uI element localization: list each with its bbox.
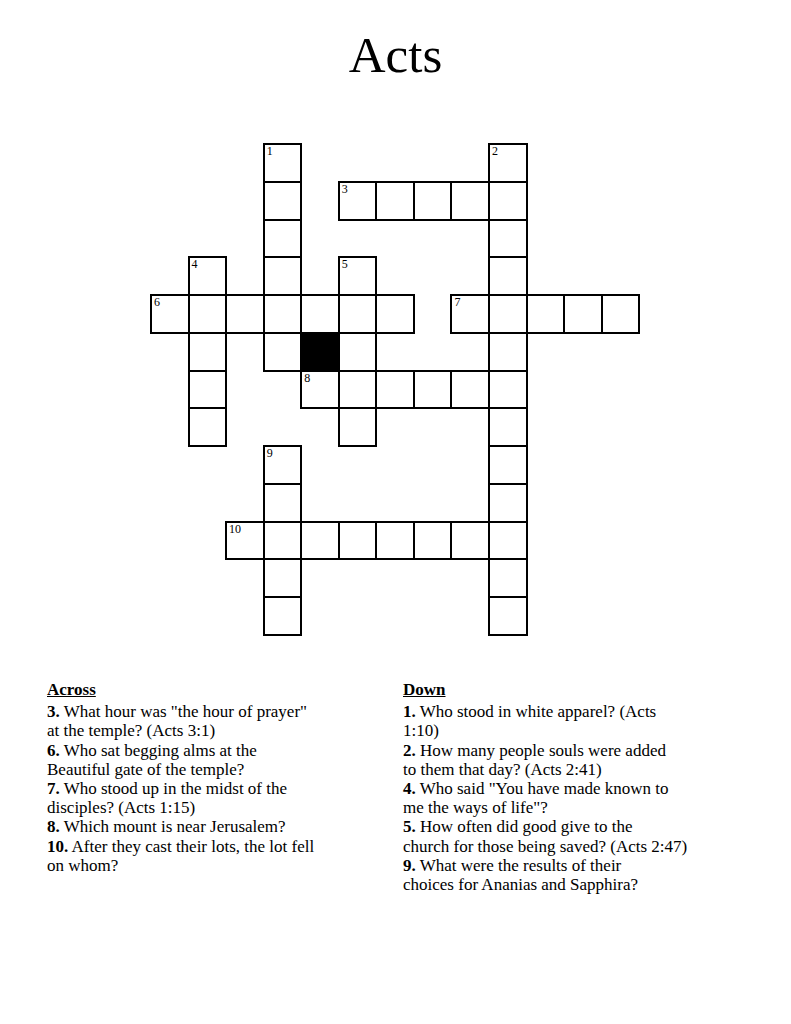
cell-number: 10 — [229, 523, 241, 536]
grid-cell[interactable] — [338, 407, 378, 447]
grid-cell[interactable] — [188, 407, 228, 447]
clue-number: 4. — [403, 779, 416, 798]
clue: 3. What hour was "the hour of prayer" at… — [47, 702, 395, 740]
grid-cell[interactable] — [601, 294, 641, 334]
clue: 9. What were the results of their choice… — [403, 856, 765, 894]
grid-cell[interactable] — [225, 294, 265, 334]
grid-cell[interactable]: 3 — [338, 181, 378, 221]
grid-cell[interactable] — [263, 558, 303, 598]
grid-cell[interactable] — [188, 370, 228, 410]
clue-text: How many people souls were added to them… — [403, 741, 666, 779]
clue-text: Who sat begging alms at the Beautiful ga… — [47, 741, 257, 779]
clue-text: What hour was "the hour of prayer" at th… — [47, 702, 307, 740]
clue-number: 7. — [47, 779, 60, 798]
clue: 5. How often did good give to the church… — [403, 817, 765, 855]
down-header: Down — [403, 680, 765, 699]
clue-number: 8. — [47, 817, 60, 836]
grid-cell[interactable]: 7 — [450, 294, 490, 334]
clue-text: What were the results of their choices f… — [403, 856, 638, 894]
grid-cell[interactable] — [375, 370, 415, 410]
grid-cell[interactable] — [488, 483, 528, 523]
grid-cell[interactable] — [338, 294, 378, 334]
grid-cell[interactable] — [488, 294, 528, 334]
grid-cell[interactable] — [263, 332, 303, 372]
cell-number: 7 — [454, 296, 460, 309]
grid-cell[interactable] — [488, 445, 528, 485]
grid-cell[interactable] — [338, 370, 378, 410]
clue-number: 1. — [403, 702, 416, 721]
cell-number: 8 — [304, 372, 310, 385]
page: Acts 12345678910 Across 3. What hour was… — [0, 0, 791, 1024]
grid-cell[interactable]: 8 — [300, 370, 340, 410]
grid-cell[interactable]: 6 — [150, 294, 190, 334]
clue: 7. Who stood up in the midst of the disc… — [47, 779, 395, 817]
grid-cell[interactable]: 2 — [488, 143, 528, 183]
grid-cell[interactable] — [300, 294, 340, 334]
clue: 10. After they cast their lots, the lot … — [47, 837, 395, 875]
cell-number: 5 — [342, 258, 348, 271]
grid-cell[interactable] — [263, 219, 303, 259]
down-clue-list: 1. Who stood in white apparel? (Acts 1:1… — [403, 702, 765, 894]
crossword-grid: 12345678910 — [150, 143, 642, 637]
grid-cell[interactable] — [263, 294, 303, 334]
grid-cell[interactable] — [375, 294, 415, 334]
grid-cell[interactable] — [488, 407, 528, 447]
clue-text: After they cast their lots, the lot fell… — [47, 837, 314, 875]
across-clue-list: 3. What hour was "the hour of prayer" at… — [47, 702, 395, 875]
grid-cell[interactable] — [488, 370, 528, 410]
puzzle-title: Acts — [0, 27, 791, 83]
grid-cell[interactable] — [263, 596, 303, 636]
clue: 2. How many people souls were added to t… — [403, 741, 765, 779]
clue-number: 3. — [47, 702, 60, 721]
grid-cell[interactable] — [263, 181, 303, 221]
grid-cell[interactable] — [488, 219, 528, 259]
grid-cell[interactable] — [488, 332, 528, 372]
clue-text: Who stood up in the midst of the discipl… — [47, 779, 287, 817]
grid-cell[interactable] — [300, 521, 340, 561]
cell-number: 1 — [267, 145, 273, 158]
clue: 4. Who said "You have made known to me t… — [403, 779, 765, 817]
cell-number: 3 — [342, 183, 348, 196]
grid-cell[interactable] — [488, 256, 528, 296]
clue-text: Which mount is near Jerusalem? — [64, 817, 286, 836]
grid-cell[interactable] — [263, 521, 303, 561]
grid-cell[interactable] — [450, 521, 490, 561]
grid-cell[interactable] — [413, 521, 453, 561]
grid-cell[interactable] — [488, 596, 528, 636]
grid-cell[interactable] — [263, 256, 303, 296]
grid-cell[interactable] — [375, 521, 415, 561]
grid-cell[interactable] — [188, 332, 228, 372]
grid-cell[interactable] — [488, 181, 528, 221]
clue-text: Who said "You have made known to me the … — [403, 779, 669, 817]
grid-cell[interactable] — [413, 181, 453, 221]
across-header: Across — [47, 680, 395, 699]
clue-number: 5. — [403, 817, 416, 836]
grid-cell[interactable] — [375, 181, 415, 221]
clue-number: 2. — [403, 741, 416, 760]
grid-cell[interactable] — [526, 294, 566, 334]
down-clues-section: Down 1. Who stood in white apparel? (Act… — [403, 680, 765, 894]
grid-cell[interactable] — [488, 521, 528, 561]
grid-cell[interactable]: 9 — [263, 445, 303, 485]
clue-number: 10. — [47, 837, 68, 856]
cell-number: 4 — [192, 258, 198, 271]
grid-cell[interactable]: 4 — [188, 256, 228, 296]
clue-text: How often did good give to the church fo… — [403, 817, 687, 855]
clue: 1. Who stood in white apparel? (Acts 1:1… — [403, 702, 765, 740]
grid-cell[interactable] — [338, 521, 378, 561]
grid-cell[interactable] — [450, 370, 490, 410]
clue-number: 6. — [47, 741, 60, 760]
cell-number: 6 — [154, 296, 160, 309]
grid-cell[interactable] — [563, 294, 603, 334]
cell-number: 9 — [267, 447, 273, 460]
grid-cell[interactable] — [263, 483, 303, 523]
clue: 8. Which mount is near Jerusalem? — [47, 817, 395, 836]
grid-cell[interactable] — [188, 294, 228, 334]
grid-cell[interactable]: 1 — [263, 143, 303, 183]
grid-cell[interactable]: 5 — [338, 256, 378, 296]
grid-cell[interactable] — [413, 370, 453, 410]
across-clues-section: Across 3. What hour was "the hour of pra… — [47, 680, 395, 875]
cell-number: 2 — [492, 145, 498, 158]
grid-cell[interactable]: 10 — [225, 521, 265, 561]
grid-cell[interactable] — [488, 558, 528, 598]
grid-cell[interactable] — [450, 181, 490, 221]
black-cell — [300, 332, 340, 372]
grid-cell[interactable] — [338, 332, 378, 372]
clue-number: 9. — [403, 856, 416, 875]
clue: 6. Who sat begging alms at the Beautiful… — [47, 741, 395, 779]
clue-text: Who stood in white apparel? (Acts 1:10) — [403, 702, 656, 740]
